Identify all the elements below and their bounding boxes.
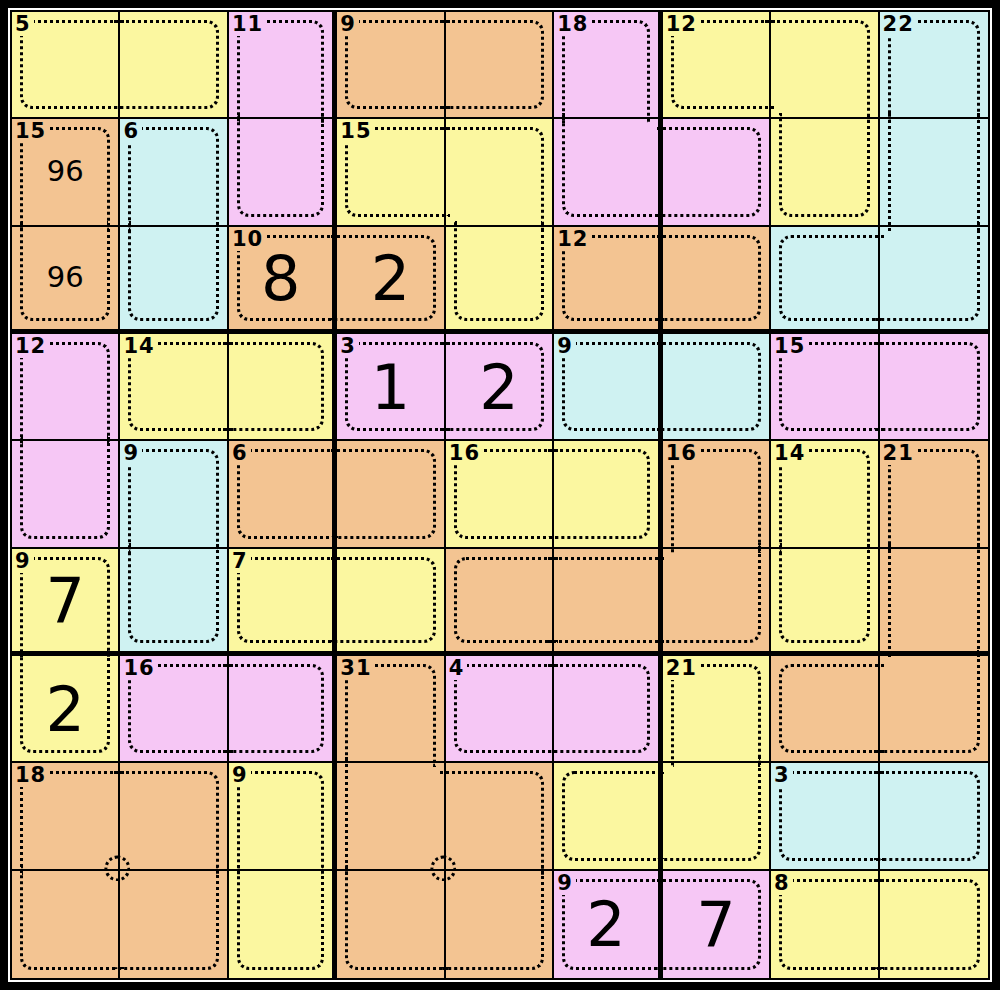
cage-outline xyxy=(454,221,544,321)
cell-r6c8[interactable] xyxy=(771,549,879,656)
cage-outline xyxy=(888,543,980,657)
cell-r1c9[interactable]: 22 xyxy=(880,12,988,119)
cage-outline xyxy=(779,235,883,321)
cage-outline xyxy=(223,342,324,431)
cell-r5c4[interactable] xyxy=(337,441,445,548)
cage-sum-label: 15 xyxy=(773,334,808,358)
cage-outline xyxy=(562,771,663,860)
cell-r5c3[interactable]: 6 xyxy=(229,441,337,548)
cell-r2c6[interactable] xyxy=(554,119,662,226)
cell-r6c1[interactable]: 97 xyxy=(12,549,120,656)
cell-r5c9[interactable]: 21 xyxy=(880,441,988,548)
cage-outline xyxy=(237,865,324,970)
cell-r7c4[interactable]: 31 xyxy=(337,656,445,763)
cage-outline xyxy=(345,865,449,970)
cage-outline xyxy=(548,664,649,753)
cage-sum-label: 9 xyxy=(122,441,142,465)
cell-r9c5[interactable] xyxy=(446,871,554,978)
cage-outline xyxy=(548,449,649,538)
cell-r9c6[interactable]: 92 xyxy=(554,871,662,978)
cage-outline xyxy=(454,664,558,753)
cell-r8c7[interactable] xyxy=(663,763,771,870)
cell-r2c7[interactable] xyxy=(663,119,771,226)
cage-outline xyxy=(20,435,110,538)
cage-outline xyxy=(128,221,218,321)
cell-r6c9[interactable] xyxy=(880,549,988,656)
cage-sum-label: 6 xyxy=(122,119,142,143)
cell-r1c7[interactable]: 12 xyxy=(663,12,771,119)
cage-outline xyxy=(237,557,338,643)
cell-r7c9[interactable] xyxy=(880,656,988,763)
cell-r7c1[interactable]: 2 xyxy=(12,656,120,763)
cell-r9c1[interactable] xyxy=(12,871,120,978)
cage-outline xyxy=(114,865,218,970)
cell-r6c5[interactable] xyxy=(446,549,554,656)
cell-r4c3[interactable] xyxy=(229,334,337,441)
cell-r6c2[interactable] xyxy=(120,549,228,656)
cage-outline xyxy=(345,20,449,109)
cage-sum-label: 4 xyxy=(448,656,468,680)
cage-outline xyxy=(237,113,324,216)
cage-outline xyxy=(331,557,435,643)
cage-sum-label: 15 xyxy=(339,119,374,143)
cage-outline xyxy=(440,20,544,109)
cage-outline xyxy=(779,664,883,753)
cell-r4c1[interactable]: 12 xyxy=(12,334,120,441)
cage-outline xyxy=(779,771,883,860)
cage-outline xyxy=(223,664,324,753)
cage-outline xyxy=(779,879,883,970)
cell-r7c6[interactable] xyxy=(554,656,662,763)
cell-r9c3[interactable] xyxy=(229,871,337,978)
cage-outline xyxy=(657,757,761,860)
cage-sum-label: 22 xyxy=(882,12,917,36)
cage-outline xyxy=(114,771,218,874)
cage-outline xyxy=(657,235,761,321)
cell-r2c5[interactable] xyxy=(446,119,554,226)
cell-r6c7[interactable] xyxy=(663,549,771,656)
cage-outline xyxy=(345,757,449,874)
cell-r9c8[interactable]: 8 xyxy=(771,871,879,978)
cell-r4c8[interactable]: 15 xyxy=(771,334,879,441)
cell-r4c5[interactable]: 2 xyxy=(446,334,554,441)
cell-r3c1[interactable]: 96 xyxy=(12,227,120,334)
cell-r2c8[interactable] xyxy=(771,119,879,226)
cage-sum-label: 14 xyxy=(122,334,157,358)
cell-r1c4[interactable]: 9 xyxy=(337,12,445,119)
cell-r4c2[interactable]: 14 xyxy=(120,334,228,441)
cell-r1c5[interactable] xyxy=(446,12,554,119)
cage-outline xyxy=(874,771,980,860)
cage-outline xyxy=(562,113,663,216)
cell-r2c4[interactable]: 15 xyxy=(337,119,445,226)
cell-r4c4[interactable]: 31 xyxy=(337,334,445,441)
cell-r3c2[interactable] xyxy=(120,227,228,334)
cage-outline xyxy=(454,557,558,643)
cell-r2c3[interactable] xyxy=(229,119,337,226)
cage-outline xyxy=(874,221,980,321)
cage-sum-label: 3 xyxy=(339,334,359,358)
cell-r8c3[interactable]: 9 xyxy=(229,763,337,870)
cell-r3c6[interactable]: 12 xyxy=(554,227,662,334)
cell-r3c5[interactable] xyxy=(446,227,554,334)
cell-r7c7[interactable]: 21 xyxy=(663,656,771,763)
cell-r5c6[interactable] xyxy=(554,441,662,548)
given-digit: 2 xyxy=(12,656,118,761)
cage-sum-label: 16 xyxy=(665,441,700,465)
cell-r9c2[interactable] xyxy=(120,871,228,978)
cage-outline xyxy=(888,113,980,230)
cage-sum-label: 3 xyxy=(773,763,793,787)
cell-r6c6[interactable] xyxy=(554,549,662,656)
cell-r9c9[interactable] xyxy=(880,871,988,978)
cell-r3c8[interactable] xyxy=(771,227,879,334)
cage-sum-label: 7 xyxy=(231,549,251,573)
cage-outline xyxy=(331,449,435,538)
killer-sudoku-board: 5119181222159661596108212121431291596161… xyxy=(0,0,1000,990)
cell-r2c9[interactable] xyxy=(880,119,988,226)
cage-outline xyxy=(440,865,544,970)
cage-outline xyxy=(440,127,544,230)
cage-outline xyxy=(237,449,338,538)
cage-outline xyxy=(657,543,761,643)
cage-sum-label: 31 xyxy=(339,656,374,680)
cell-r5c1[interactable] xyxy=(12,441,120,548)
cell-r1c1[interactable]: 5 xyxy=(12,12,120,119)
cage-outline xyxy=(779,113,869,216)
cage-outline xyxy=(765,20,869,123)
cell-r8c5[interactable] xyxy=(446,763,554,870)
cell-r8c8[interactable]: 3 xyxy=(771,763,879,870)
cage-outline xyxy=(874,879,980,970)
cage-outline xyxy=(20,865,124,970)
cell-r9c4[interactable] xyxy=(337,871,445,978)
cell-r6c3[interactable]: 7 xyxy=(229,549,337,656)
cell-r3c7[interactable] xyxy=(663,227,771,334)
cage-sum-label: 9 xyxy=(556,334,576,358)
cell-r6c4[interactable] xyxy=(337,549,445,656)
cage-sum-label: 18 xyxy=(14,763,49,787)
cage-sum-label: 8 xyxy=(773,871,793,895)
cage-outline xyxy=(562,342,663,431)
given-digit: 2 xyxy=(446,334,552,439)
pencil-marks: 96 xyxy=(12,227,118,329)
cage-sum-label: 10 xyxy=(231,227,266,251)
cell-r4c7[interactable] xyxy=(663,334,771,441)
cell-r7c5[interactable]: 4 xyxy=(446,656,554,763)
cage-sum-label: 12 xyxy=(556,227,591,251)
cell-r5c8[interactable]: 14 xyxy=(771,441,879,548)
cell-r3c3[interactable]: 108 xyxy=(229,227,337,334)
cage-sum-label: 5 xyxy=(14,12,34,36)
cage-outline xyxy=(874,342,980,431)
cell-r2c1[interactable]: 1596 xyxy=(12,119,120,226)
cell-r8c9[interactable] xyxy=(880,763,988,870)
cage-sum-label: 21 xyxy=(665,656,700,680)
cage-sum-label: 12 xyxy=(14,334,49,358)
cage-sum-label: 9 xyxy=(231,763,251,787)
cell-r7c8[interactable] xyxy=(771,656,879,763)
cell-r5c7[interactable]: 16 xyxy=(663,441,771,548)
cell-r5c5[interactable]: 16 xyxy=(446,441,554,548)
given-digit: 2 xyxy=(337,227,443,329)
cage-sum-label: 6 xyxy=(231,441,251,465)
cage-outline xyxy=(779,543,869,643)
cell-r1c8[interactable] xyxy=(771,12,879,119)
cage-sum-label: 9 xyxy=(14,549,34,573)
cell-r1c6[interactable]: 18 xyxy=(554,12,662,119)
cell-r1c2[interactable] xyxy=(120,12,228,119)
cage-sum-label: 11 xyxy=(231,12,266,36)
cage-outline xyxy=(440,771,544,874)
cage-outline xyxy=(657,342,761,431)
cell-r8c1[interactable]: 18 xyxy=(12,763,120,870)
cell-r3c4[interactable]: 2 xyxy=(337,227,445,334)
cell-r8c2[interactable] xyxy=(120,763,228,870)
cage-sum-label: 16 xyxy=(122,656,157,680)
cage-outline xyxy=(114,20,218,109)
cage-sum-label: 14 xyxy=(773,441,808,465)
cage-sum-label: 15 xyxy=(14,119,49,143)
cell-r1c3[interactable]: 11 xyxy=(229,12,337,119)
cage-outline xyxy=(657,127,761,216)
cage-sum-label: 9 xyxy=(339,12,359,36)
cage-outline xyxy=(874,650,980,753)
cell-r5c2[interactable]: 9 xyxy=(120,441,228,548)
cage-outline xyxy=(548,557,663,643)
cage-sum-label: 21 xyxy=(882,441,917,465)
given-digit: 7 xyxy=(663,871,769,978)
cage-outline xyxy=(128,543,218,643)
cell-r7c2[interactable]: 16 xyxy=(120,656,228,763)
cell-r2c2[interactable]: 6 xyxy=(120,119,228,226)
cell-r4c6[interactable]: 9 xyxy=(554,334,662,441)
cell-r7c3[interactable] xyxy=(229,656,337,763)
sudoku-grid: 5119181222159661596108212121431291596161… xyxy=(10,10,990,980)
cell-r3c9[interactable] xyxy=(880,227,988,334)
cell-r8c4[interactable] xyxy=(337,763,445,870)
cage-sum-label: 18 xyxy=(556,12,591,36)
cage-sum-label: 12 xyxy=(665,12,700,36)
cell-r4c9[interactable] xyxy=(880,334,988,441)
cell-r9c7[interactable]: 7 xyxy=(663,871,771,978)
cage-sum-label: 16 xyxy=(448,441,483,465)
cell-r8c6[interactable] xyxy=(554,763,662,870)
cage-sum-label: 9 xyxy=(556,871,576,895)
cage-outline xyxy=(20,20,124,109)
